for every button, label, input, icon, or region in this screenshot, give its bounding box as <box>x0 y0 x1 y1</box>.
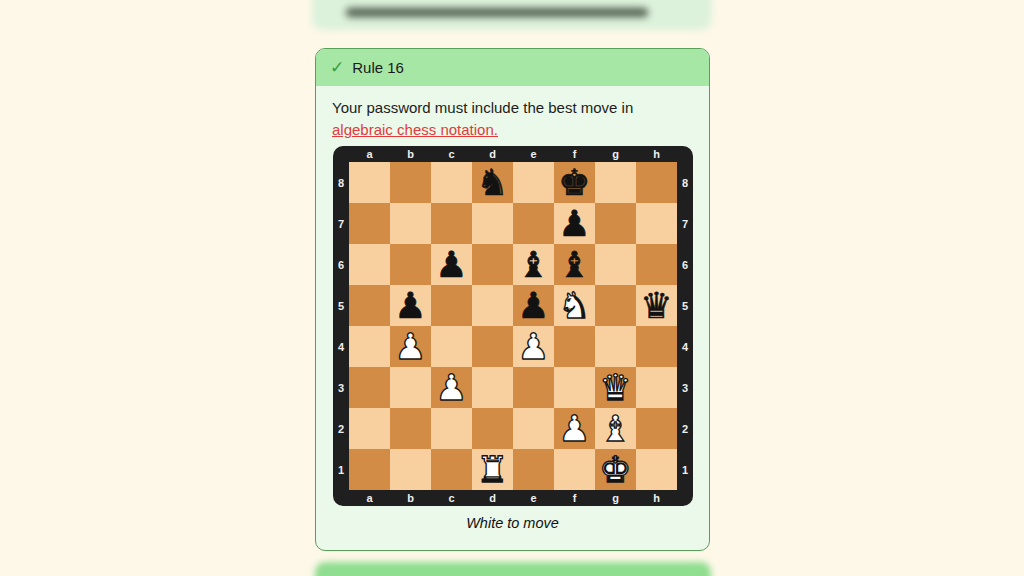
square-g3: ♛ <box>595 367 636 408</box>
square-c8 <box>431 162 472 203</box>
file-label-e: e <box>513 146 554 162</box>
rank-label-5: 5 <box>677 285 693 326</box>
rule-16-card: ✓ Rule 16 Your password must include the… <box>315 48 710 551</box>
square-e7 <box>513 203 554 244</box>
square-c2 <box>431 408 472 449</box>
square-b2 <box>390 408 431 449</box>
piece-white-pawn-f2: ♟ <box>558 411 590 447</box>
chess-board: abcdefgh abcdefgh 87654321 87654321 ♞♚♟♟… <box>333 146 693 506</box>
square-g1: ♚ <box>595 449 636 490</box>
square-e3 <box>513 367 554 408</box>
piece-white-bishop-g2: ♝ <box>599 411 631 447</box>
file-label-g: g <box>595 146 636 162</box>
square-f5: ♞ <box>554 285 595 326</box>
square-f1 <box>554 449 595 490</box>
square-g8 <box>595 162 636 203</box>
rank-label-1: 1 <box>677 449 693 490</box>
file-label-b: b <box>390 146 431 162</box>
file-labels-top: abcdefgh <box>349 146 677 162</box>
rank-label-4: 4 <box>677 326 693 367</box>
square-f2: ♟ <box>554 408 595 449</box>
square-a7 <box>349 203 390 244</box>
square-a8 <box>349 162 390 203</box>
square-a4 <box>349 326 390 367</box>
piece-white-knight-f5: ♞ <box>558 288 590 324</box>
square-f4 <box>554 326 595 367</box>
square-c3: ♟ <box>431 367 472 408</box>
square-f3 <box>554 367 595 408</box>
square-h6 <box>636 244 677 285</box>
square-h2 <box>636 408 677 449</box>
square-d5 <box>472 285 513 326</box>
next-rule-card-blurred <box>315 562 711 576</box>
square-e1 <box>513 449 554 490</box>
file-label-g: g <box>595 490 636 506</box>
square-b5: ♟ <box>390 285 431 326</box>
square-b6 <box>390 244 431 285</box>
square-d8: ♞ <box>472 162 513 203</box>
file-label-f: f <box>554 490 595 506</box>
square-d2 <box>472 408 513 449</box>
piece-white-rook-d1: ♜ <box>476 452 508 488</box>
square-a2 <box>349 408 390 449</box>
square-b3 <box>390 367 431 408</box>
square-e6: ♝ <box>513 244 554 285</box>
rule-title: Rule 16 <box>352 59 404 76</box>
square-c7 <box>431 203 472 244</box>
piece-white-queen-g3: ♛ <box>599 370 631 406</box>
piece-black-pawn-e5: ♟ <box>517 288 549 324</box>
rank-label-2: 2 <box>677 408 693 449</box>
piece-white-king-g1: ♚ <box>599 452 631 488</box>
rank-label-5: 5 <box>333 285 349 326</box>
square-f6: ♝ <box>554 244 595 285</box>
square-d6 <box>472 244 513 285</box>
square-g4 <box>595 326 636 367</box>
square-f7: ♟ <box>554 203 595 244</box>
square-g5 <box>595 285 636 326</box>
file-label-a: a <box>349 490 390 506</box>
square-h5: ♛ <box>636 285 677 326</box>
square-a5 <box>349 285 390 326</box>
square-a1 <box>349 449 390 490</box>
square-b4: ♟ <box>390 326 431 367</box>
file-label-a: a <box>349 146 390 162</box>
square-b8 <box>390 162 431 203</box>
square-d1: ♜ <box>472 449 513 490</box>
square-h7 <box>636 203 677 244</box>
file-labels-bottom: abcdefgh <box>349 490 677 506</box>
previous-rule-card-blurred <box>312 0 712 30</box>
file-label-c: c <box>431 146 472 162</box>
square-c1 <box>431 449 472 490</box>
rank-labels-left: 87654321 <box>333 162 349 490</box>
file-label-f: f <box>554 146 595 162</box>
piece-black-pawn-c6: ♟ <box>435 247 467 283</box>
square-b7 <box>390 203 431 244</box>
square-c6: ♟ <box>431 244 472 285</box>
file-label-e: e <box>513 490 554 506</box>
rank-label-8: 8 <box>333 162 349 203</box>
rank-label-2: 2 <box>333 408 349 449</box>
piece-black-knight-d8: ♞ <box>476 165 508 201</box>
rank-label-8: 8 <box>677 162 693 203</box>
piece-black-bishop-e6: ♝ <box>517 247 549 283</box>
board-squares: ♞♚♟♟♝♝♟♟♞♛♟♟♟♛♟♝♜♚ <box>349 162 677 490</box>
square-d7 <box>472 203 513 244</box>
square-g6 <box>595 244 636 285</box>
piece-black-pawn-f7: ♟ <box>558 206 590 242</box>
check-icon: ✓ <box>330 59 344 76</box>
rank-label-7: 7 <box>333 203 349 244</box>
rule-header: ✓ Rule 16 <box>316 49 709 86</box>
square-h3 <box>636 367 677 408</box>
piece-white-pawn-c3: ♟ <box>435 370 467 406</box>
side-to-move-label: White to move <box>316 515 709 531</box>
square-c4 <box>431 326 472 367</box>
square-h8 <box>636 162 677 203</box>
rank-label-6: 6 <box>677 244 693 285</box>
piece-black-pawn-b5: ♟ <box>394 288 426 324</box>
piece-black-bishop-f6: ♝ <box>558 247 590 283</box>
rank-label-1: 1 <box>333 449 349 490</box>
square-e2 <box>513 408 554 449</box>
square-c5 <box>431 285 472 326</box>
square-b1 <box>390 449 431 490</box>
piece-white-pawn-e4: ♟ <box>517 329 549 365</box>
piece-black-king-f8: ♚ <box>558 165 590 201</box>
square-h1 <box>636 449 677 490</box>
square-a3 <box>349 367 390 408</box>
rank-label-3: 3 <box>333 367 349 408</box>
rank-labels-right: 87654321 <box>677 162 693 490</box>
blurred-text-line <box>346 8 648 17</box>
square-e8 <box>513 162 554 203</box>
square-g7 <box>595 203 636 244</box>
rank-label-6: 6 <box>333 244 349 285</box>
square-d4 <box>472 326 513 367</box>
file-label-b: b <box>390 490 431 506</box>
rank-label-3: 3 <box>677 367 693 408</box>
piece-white-pawn-b4: ♟ <box>394 329 426 365</box>
file-label-h: h <box>636 490 677 506</box>
rule-description: Your password must include the best move… <box>316 86 709 141</box>
algebraic-notation-link[interactable]: algebraic chess notation. <box>332 121 498 138</box>
file-label-d: d <box>472 146 513 162</box>
piece-black-queen-h5: ♛ <box>640 288 672 324</box>
square-h4 <box>636 326 677 367</box>
square-d3 <box>472 367 513 408</box>
square-g2: ♝ <box>595 408 636 449</box>
file-label-h: h <box>636 146 677 162</box>
rule-text: Your password must include the best move… <box>332 99 633 116</box>
rank-label-4: 4 <box>333 326 349 367</box>
square-e4: ♟ <box>513 326 554 367</box>
file-label-d: d <box>472 490 513 506</box>
file-label-c: c <box>431 490 472 506</box>
square-e5: ♟ <box>513 285 554 326</box>
rank-label-7: 7 <box>677 203 693 244</box>
square-f8: ♚ <box>554 162 595 203</box>
square-a6 <box>349 244 390 285</box>
